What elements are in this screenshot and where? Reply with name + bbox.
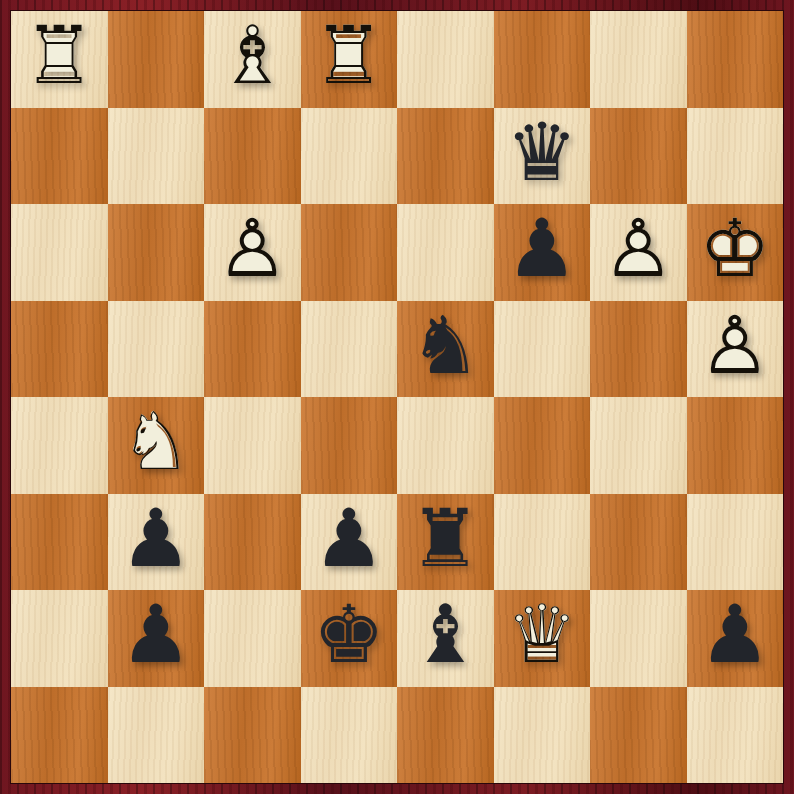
square-c8[interactable]: ♝♗ [204,11,301,108]
white-pawn[interactable]: ♟♙ [687,301,784,398]
black-pawn[interactable]: ♟ [108,590,205,687]
square-c6[interactable]: ♟♙ [204,204,301,301]
square-e1[interactable] [397,687,494,784]
white-king[interactable]: ♚♔ [687,204,784,301]
piece-glyph: ♟ [494,209,591,289]
piece-glyph: ♟ [108,499,205,579]
piece-outline-glyph: ♕ [494,595,591,675]
square-d5[interactable] [301,301,398,398]
piece-glyph: ♟ [687,595,784,675]
square-f7[interactable]: ♛ [494,108,591,205]
square-f1[interactable] [494,687,591,784]
square-a3[interactable] [11,494,108,591]
white-knight[interactable]: ♞♘ [108,397,205,494]
square-b3[interactable]: ♟ [108,494,205,591]
square-a5[interactable] [11,301,108,398]
piece-glyph: ♟ [687,306,784,386]
square-d8[interactable]: ♜♖ [301,11,398,108]
square-g8[interactable] [590,11,687,108]
white-pawn[interactable]: ♟♙ [204,204,301,301]
square-d4[interactable] [301,397,398,494]
square-f3[interactable] [494,494,591,591]
square-g6[interactable]: ♟♙ [590,204,687,301]
square-b4[interactable]: ♞♘ [108,397,205,494]
piece-outline-glyph: ♘ [108,402,205,482]
square-f2[interactable]: ♛♕ [494,590,591,687]
square-e3[interactable]: ♜ [397,494,494,591]
black-bishop[interactable]: ♝ [397,590,494,687]
square-d7[interactable] [301,108,398,205]
square-c7[interactable] [204,108,301,205]
black-queen[interactable]: ♛ [494,108,591,205]
square-a6[interactable] [11,204,108,301]
square-b6[interactable] [108,204,205,301]
piece-glyph: ♛ [494,113,591,193]
square-h2[interactable]: ♟ [687,590,784,687]
piece-outline-glyph: ♙ [590,209,687,289]
black-pawn[interactable]: ♟ [687,590,784,687]
square-e5[interactable]: ♞ [397,301,494,398]
square-c4[interactable] [204,397,301,494]
square-g5[interactable] [590,301,687,398]
square-a1[interactable] [11,687,108,784]
square-b5[interactable] [108,301,205,398]
square-d6[interactable] [301,204,398,301]
square-b2[interactable]: ♟ [108,590,205,687]
square-b1[interactable] [108,687,205,784]
square-a4[interactable] [11,397,108,494]
square-g3[interactable] [590,494,687,591]
square-c1[interactable] [204,687,301,784]
board-frame: ♜♖♝♗♜♖♛♟♙♟♟♙♚♔♞♟♙♞♘♟♟♜♟♚♝♛♕♟ [0,0,794,794]
piece-glyph: ♜ [397,499,494,579]
square-e8[interactable] [397,11,494,108]
square-b7[interactable] [108,108,205,205]
square-d2[interactable]: ♚ [301,590,398,687]
square-f5[interactable] [494,301,591,398]
square-g2[interactable] [590,590,687,687]
square-g1[interactable] [590,687,687,784]
square-e6[interactable] [397,204,494,301]
square-e7[interactable] [397,108,494,205]
square-h4[interactable] [687,397,784,494]
black-pawn[interactable]: ♟ [108,494,205,591]
piece-glyph: ♟ [204,209,301,289]
square-d3[interactable]: ♟ [301,494,398,591]
black-knight[interactable]: ♞ [397,301,494,398]
piece-glyph: ♜ [301,16,398,96]
square-a7[interactable] [11,108,108,205]
square-h6[interactable]: ♚♔ [687,204,784,301]
square-f8[interactable] [494,11,591,108]
piece-outline-glyph: ♗ [204,16,301,96]
square-f4[interactable] [494,397,591,494]
piece-glyph: ♞ [397,306,494,386]
piece-outline-glyph: ♔ [687,209,784,289]
piece-glyph: ♚ [301,595,398,675]
square-h3[interactable] [687,494,784,591]
piece-glyph: ♝ [397,595,494,675]
piece-glyph: ♟ [590,209,687,289]
black-pawn[interactable]: ♟ [494,204,591,301]
piece-glyph: ♞ [108,402,205,482]
square-a8[interactable]: ♜♖ [11,11,108,108]
white-rook[interactable]: ♜♖ [301,11,398,108]
square-h7[interactable] [687,108,784,205]
square-h5[interactable]: ♟♙ [687,301,784,398]
piece-outline-glyph: ♙ [687,306,784,386]
square-c2[interactable] [204,590,301,687]
piece-outline-glyph: ♖ [11,16,108,96]
square-h8[interactable] [687,11,784,108]
piece-glyph: ♝ [204,16,301,96]
square-h1[interactable] [687,687,784,784]
piece-outline-glyph: ♙ [204,209,301,289]
square-g4[interactable] [590,397,687,494]
piece-glyph: ♟ [108,595,205,675]
piece-glyph: ♜ [11,16,108,96]
square-g7[interactable] [590,108,687,205]
white-queen[interactable]: ♛♕ [494,590,591,687]
square-e2[interactable]: ♝ [397,590,494,687]
chess-board: ♜♖♝♗♜♖♛♟♙♟♟♙♚♔♞♟♙♞♘♟♟♜♟♚♝♛♕♟ [11,11,783,783]
square-c3[interactable] [204,494,301,591]
square-a2[interactable] [11,590,108,687]
black-pawn[interactable]: ♟ [301,494,398,591]
white-pawn[interactable]: ♟♙ [590,204,687,301]
square-e4[interactable] [397,397,494,494]
black-rook[interactable]: ♜ [397,494,494,591]
piece-glyph: ♚ [687,209,784,289]
white-rook[interactable]: ♜♖ [11,11,108,108]
square-b8[interactable] [108,11,205,108]
square-f6[interactable]: ♟ [494,204,591,301]
square-d1[interactable] [301,687,398,784]
white-bishop[interactable]: ♝♗ [204,11,301,108]
black-king[interactable]: ♚ [301,590,398,687]
piece-glyph: ♛ [494,595,591,675]
square-c5[interactable] [204,301,301,398]
piece-glyph: ♟ [301,499,398,579]
piece-outline-glyph: ♖ [301,16,398,96]
